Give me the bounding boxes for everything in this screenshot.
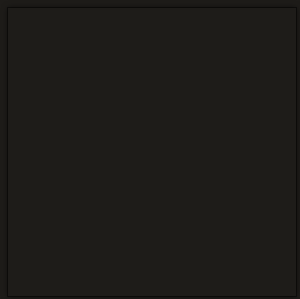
chess-board[interactable] bbox=[8, 8, 296, 296]
page-background bbox=[0, 0, 300, 299]
